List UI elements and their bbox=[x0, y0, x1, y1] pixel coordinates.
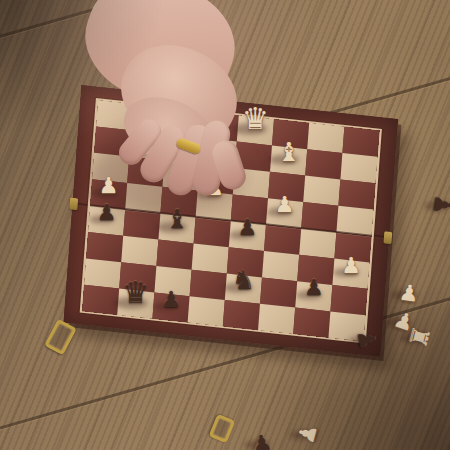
square-g4[interactable] bbox=[299, 228, 336, 258]
square-f2[interactable] bbox=[260, 277, 297, 307]
c1-black-pawn[interactable]: ♟ bbox=[161, 289, 181, 311]
square-h7[interactable] bbox=[340, 153, 377, 183]
square-g6[interactable] bbox=[303, 176, 340, 206]
a5-white-pawn[interactable]: ♟ bbox=[99, 175, 119, 197]
square-d3[interactable] bbox=[192, 243, 229, 273]
square-f3[interactable] bbox=[262, 251, 299, 281]
square-g1[interactable] bbox=[293, 308, 330, 338]
e8-white-queen[interactable]: ♛ bbox=[242, 104, 269, 134]
g2-black-pawn[interactable]: ♟ bbox=[304, 277, 324, 299]
square-h6[interactable] bbox=[338, 179, 375, 209]
square-e1[interactable] bbox=[223, 300, 260, 330]
e2-black-knight[interactable]: ♞ bbox=[232, 266, 255, 292]
floor-black-pawn[interactable]: ♟ bbox=[353, 328, 378, 351]
f7-white-bishop[interactable]: ♝ bbox=[277, 138, 300, 164]
square-c3[interactable] bbox=[156, 240, 193, 270]
square-a2[interactable] bbox=[84, 258, 121, 288]
floor-black-pawn[interactable]: ♟ bbox=[430, 194, 450, 216]
f5-white-pawn[interactable]: ♟ bbox=[275, 194, 295, 216]
square-g7[interactable] bbox=[305, 149, 342, 179]
a4-black-pawn[interactable]: ♟ bbox=[97, 202, 117, 224]
square-d1[interactable] bbox=[188, 296, 225, 326]
square-f4[interactable] bbox=[264, 225, 301, 255]
square-h8[interactable] bbox=[342, 127, 379, 157]
square-d4[interactable] bbox=[194, 217, 231, 247]
chess-photo-scene: ♛♝♟♟♟♟♟♝♟♞♟♛♟ ♟♟♟♜♟♟♟ bbox=[0, 0, 450, 450]
b1-black-queen[interactable]: ♛ bbox=[122, 278, 149, 308]
e4-black-pawn[interactable]: ♟ bbox=[238, 217, 258, 239]
square-a3[interactable] bbox=[86, 232, 123, 262]
square-d2[interactable] bbox=[190, 270, 227, 300]
square-g8[interactable] bbox=[307, 123, 344, 153]
fold-hinge-left bbox=[69, 197, 78, 210]
square-b3[interactable] bbox=[121, 236, 158, 266]
square-f1[interactable] bbox=[258, 304, 295, 334]
c4-black-bishop[interactable]: ♝ bbox=[165, 206, 188, 232]
h3-white-pawn[interactable]: ♟ bbox=[341, 255, 361, 277]
square-h2[interactable] bbox=[330, 285, 367, 315]
fold-hinge-right bbox=[383, 231, 392, 244]
floor-black-pawn[interactable]: ♟ bbox=[251, 432, 274, 450]
floor-white-pawn[interactable]: ♟ bbox=[398, 282, 421, 307]
